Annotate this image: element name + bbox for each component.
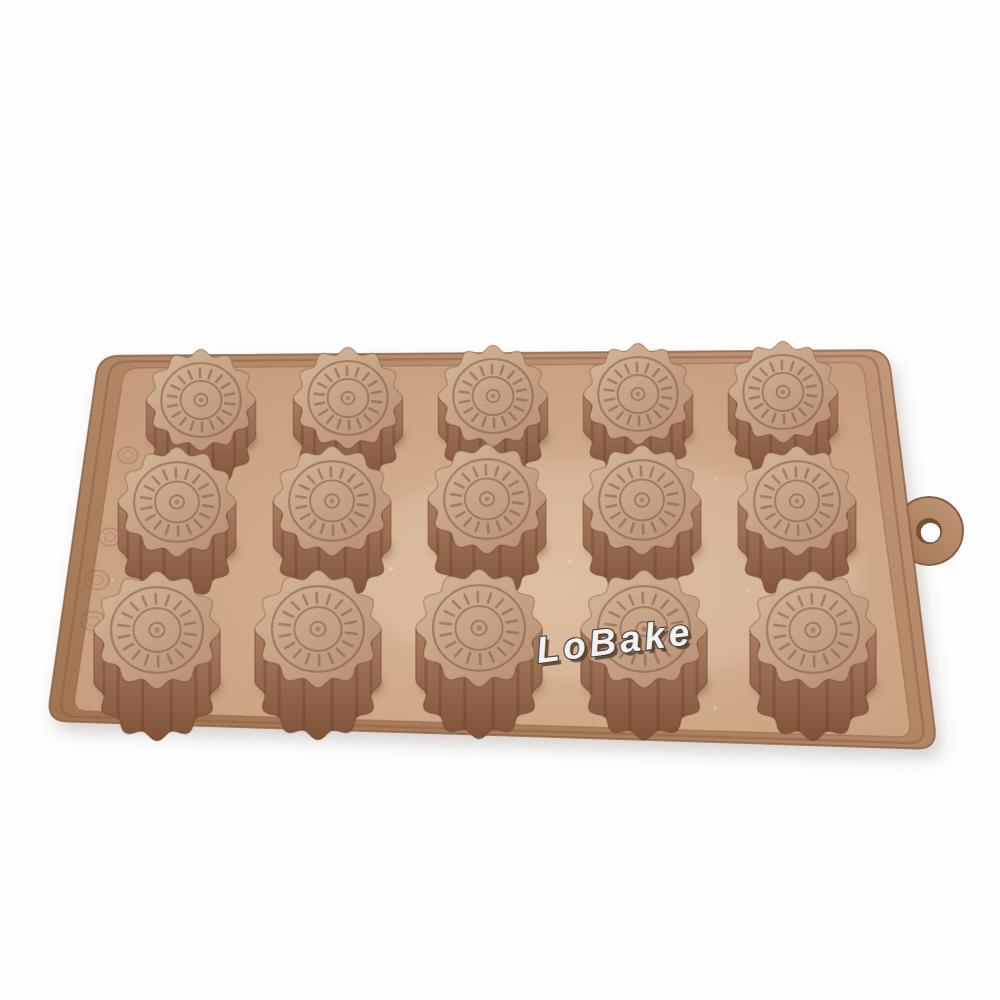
speckle <box>849 468 851 470</box>
cavity-bump <box>738 446 856 599</box>
cavity-bump <box>94 571 221 740</box>
speckle <box>111 579 114 582</box>
hole-opening <box>921 523 941 543</box>
speckle <box>746 589 749 592</box>
hang-hole <box>916 518 942 544</box>
speckle <box>716 478 719 481</box>
cavity-bump <box>255 570 382 739</box>
cavity-bumps <box>94 341 877 741</box>
cavity-bump <box>750 571 877 740</box>
product-photo: LoBake LoBake <box>0 0 1000 1000</box>
speckle <box>568 560 572 564</box>
cavity-bump <box>273 446 391 599</box>
speckle <box>389 567 393 571</box>
cavity-bump <box>118 447 236 600</box>
speckle <box>714 706 717 709</box>
cavity-bump <box>416 569 543 738</box>
